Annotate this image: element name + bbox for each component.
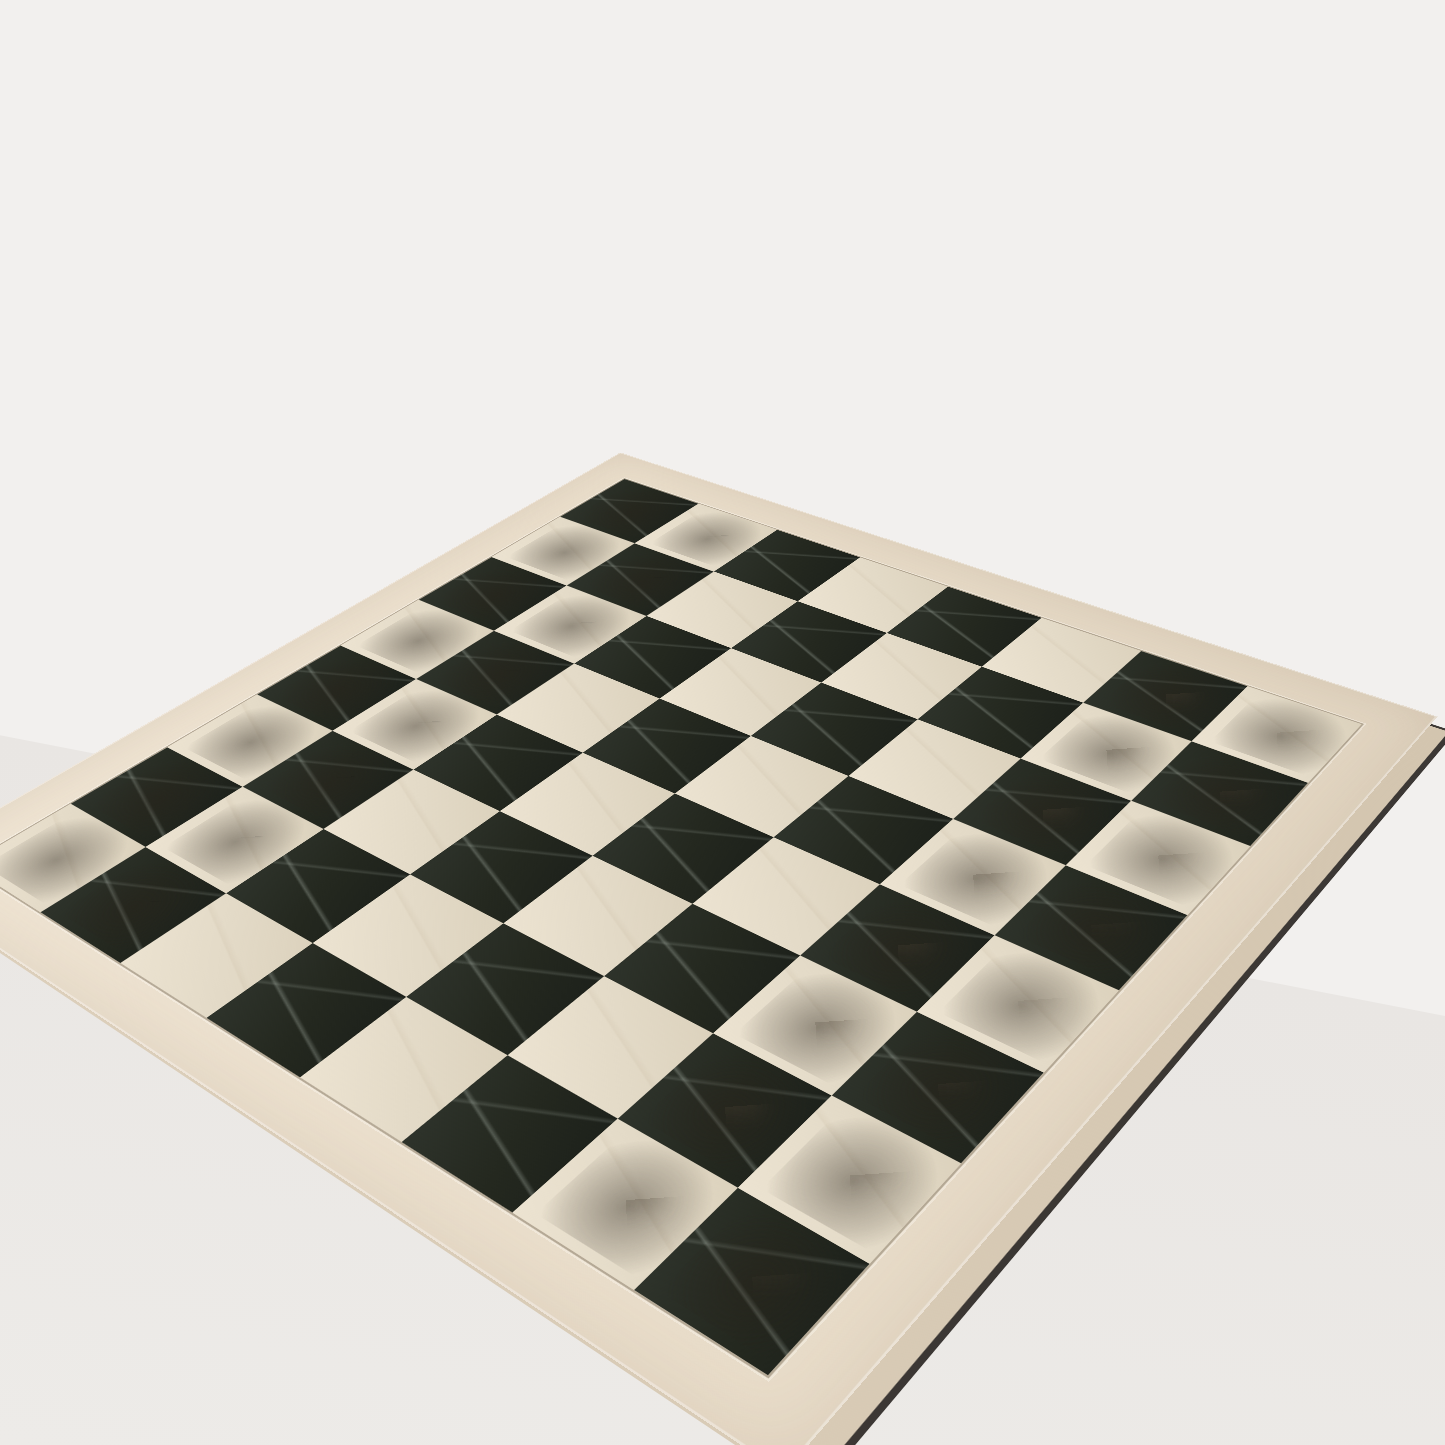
pawn-glyph: ♟ xyxy=(94,821,175,911)
rook-glyph: ♜ xyxy=(594,436,667,517)
board-grid: ♜♞♝♛♚♝♞♜♟♟♟♟♟♟♟♟♟♟♟♟♟♟♟♟♜♞♝♛♚♝♞♜ xyxy=(0,479,1361,1375)
pawn-glyph: ♟ xyxy=(678,1011,773,1117)
photo-backdrop: ♜♞♝♛♚♝♞♜♟♟♟♟♟♟♟♟♟♟♟♟♟♟♟♟♜♞♝♛♚♝♞♜ xyxy=(0,0,1445,1445)
pawn-glyph: ♟ xyxy=(196,759,274,846)
scene-tilt: ♜♞♝♛♚♝♞♜♟♟♟♟♟♟♟♟♟♟♟♟♟♟♟♟♜♞♝♛♚♝♞♜ xyxy=(0,0,1445,1445)
rook-glyph: ♜ xyxy=(10,761,103,864)
bishop-glyph: ♝ xyxy=(203,639,299,746)
pawn-glyph: ♟ xyxy=(291,702,366,786)
knight-glyph: ♞ xyxy=(110,698,204,803)
queen-glyph: ♛ xyxy=(286,580,388,694)
chess-board: ♜♞♝♛♚♝♞♜♟♟♟♟♟♟♟♟♟♟♟♟♟♟♟♟♜♞♝♛♚♝♞♜ xyxy=(0,452,1438,1445)
pawn-glyph: ♟ xyxy=(379,650,451,730)
pawn-glyph: ♟ xyxy=(771,931,861,1032)
pawn-glyph: ♟ xyxy=(461,601,531,679)
pawn-glyph: ♟ xyxy=(576,1099,676,1210)
pawn-glyph: ♟ xyxy=(675,473,738,543)
pawn-glyph: ♟ xyxy=(855,858,941,954)
board-frame: ♜♞♝♛♚♝♞♜♟♟♟♟♟♟♟♟♟♟♟♟♟♟♟♟♜♞♝♛♚♝♞♜ xyxy=(0,452,1438,1445)
rook-glyph: ♜ xyxy=(691,1150,815,1288)
pawn-glyph: ♟ xyxy=(608,513,673,585)
pawn-glyph: ♟ xyxy=(537,555,604,630)
